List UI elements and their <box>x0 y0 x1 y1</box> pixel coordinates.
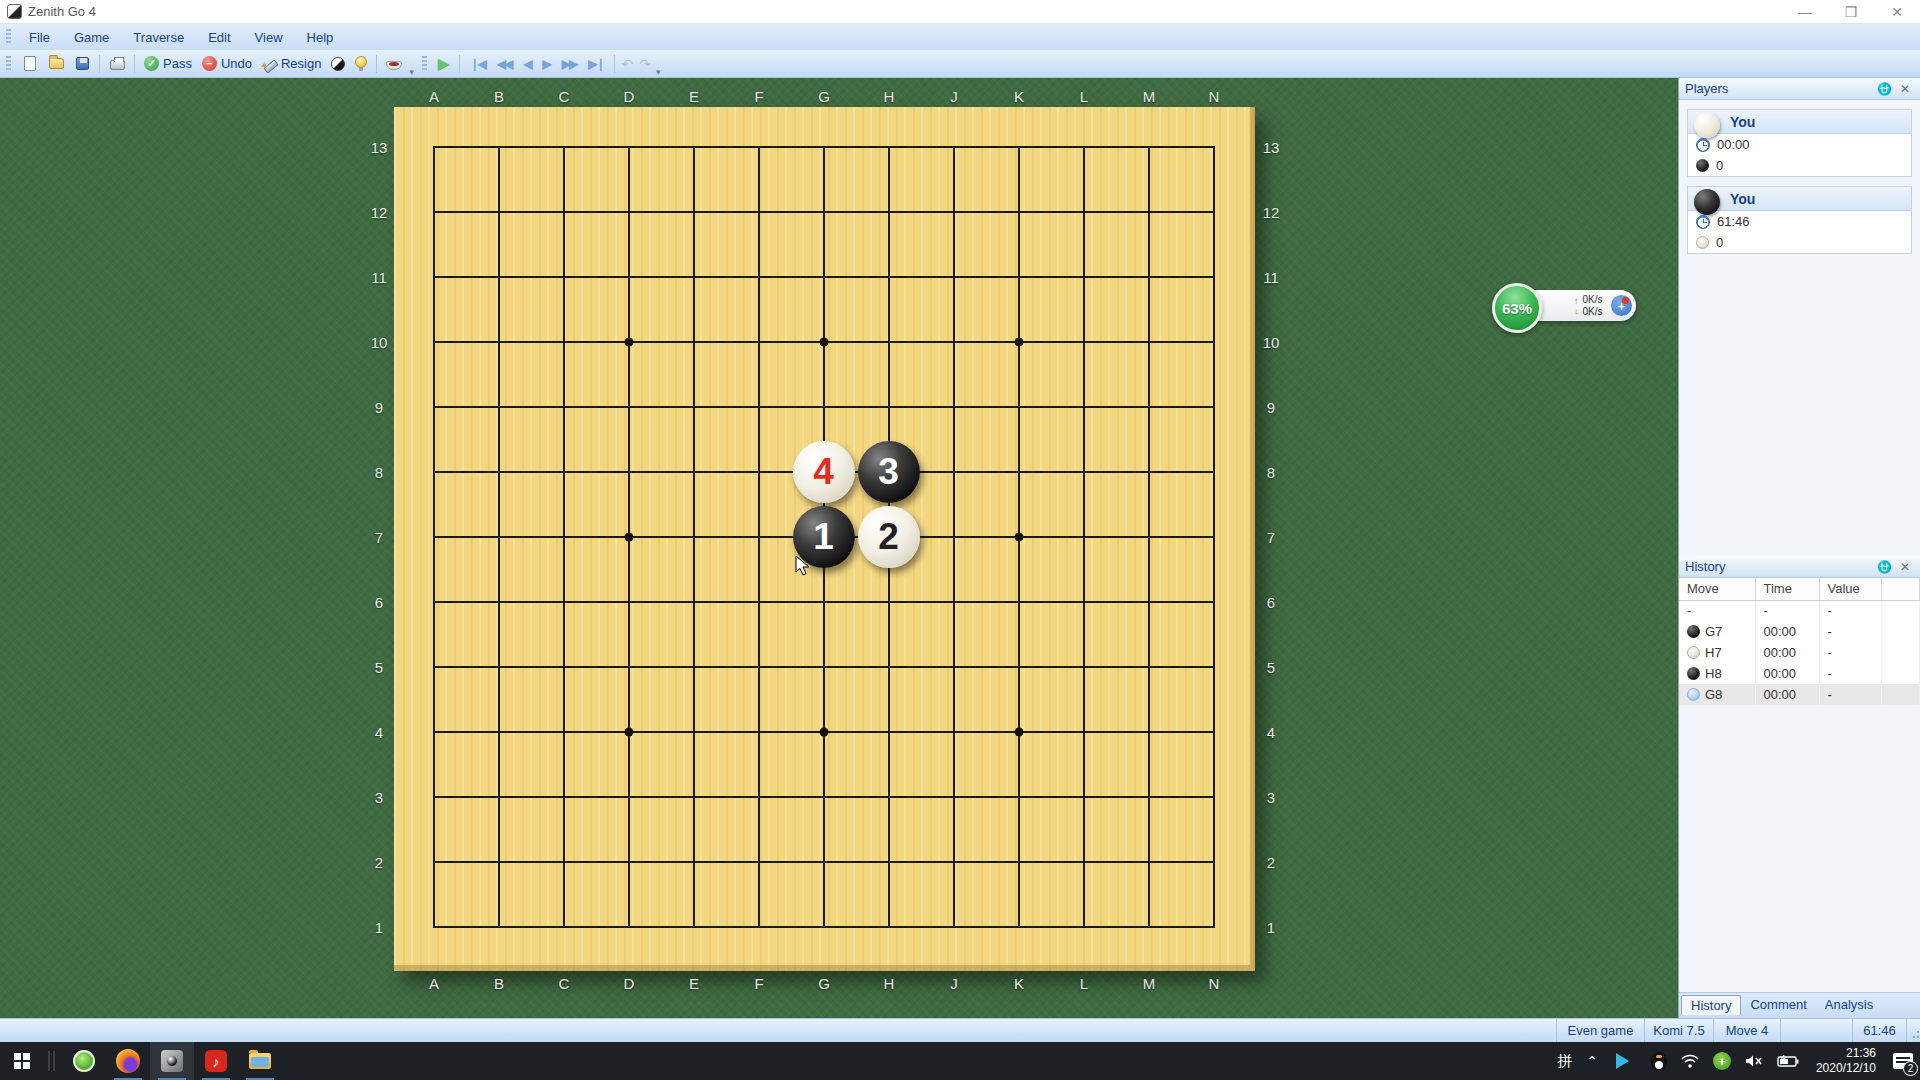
intersection-L13[interactable] <box>1051 114 1116 179</box>
intersection-F12[interactable] <box>726 179 791 244</box>
intersection-C6[interactable] <box>531 569 596 634</box>
back-button[interactable]: ◀ <box>517 55 536 73</box>
intersection-K3[interactable] <box>986 764 1051 829</box>
intersection-A1[interactable] <box>401 894 466 959</box>
tea-cup-icon <box>386 61 402 70</box>
tencent-video-icon[interactable] <box>1605 1042 1644 1080</box>
intersection-C10[interactable] <box>531 309 596 374</box>
intersection-G1[interactable] <box>791 894 856 959</box>
intersection-A13[interactable] <box>401 114 466 179</box>
intersection-L10[interactable] <box>1051 309 1116 374</box>
move-coord: H8 <box>1705 666 1722 681</box>
move-value: - <box>1819 684 1881 705</box>
black-stone-icon <box>1687 625 1700 638</box>
coordinate-label-B: B <box>494 975 504 992</box>
intersection-M2[interactable] <box>1116 829 1181 894</box>
clock-time: 21:36 <box>1846 1046 1876 1061</box>
intersection-B13[interactable] <box>466 114 531 179</box>
volume-muted-icon[interactable] <box>1738 1042 1770 1080</box>
intersection-G10[interactable] <box>791 309 856 374</box>
intersection-D13[interactable] <box>596 114 661 179</box>
intersection-B6[interactable] <box>466 569 531 634</box>
intersection-N9[interactable] <box>1181 374 1246 439</box>
intersection-N12[interactable] <box>1181 179 1246 244</box>
intersection-G4[interactable] <box>791 699 856 764</box>
menu-file[interactable]: File <box>17 24 62 50</box>
intersection-N10[interactable] <box>1181 309 1246 374</box>
intersection-K4[interactable] <box>986 699 1051 764</box>
taskbar-netease-music[interactable]: ♪ <box>194 1042 238 1080</box>
intersection-M13[interactable] <box>1116 114 1181 179</box>
history-row-root[interactable]: --- <box>1679 600 1920 621</box>
intersection-M5[interactable] <box>1116 634 1181 699</box>
pin-icon[interactable]: ⛎ <box>1873 560 1896 574</box>
tab-analysis[interactable]: Analysis <box>1816 995 1882 1014</box>
coordinate-label-13: 13 <box>371 139 388 156</box>
dock-tabs: History Comment Analysis <box>1679 992 1920 1018</box>
intersection-L11[interactable] <box>1051 244 1116 309</box>
player-name: You <box>1730 191 1755 207</box>
app-icon <box>7 4 22 19</box>
restore-button[interactable]: ❐ <box>1828 0 1874 23</box>
intersection-E12[interactable] <box>661 179 726 244</box>
intersection-G5[interactable] <box>791 634 856 699</box>
fast-back-button[interactable]: ◀◀ <box>491 55 517 73</box>
intersection-H5[interactable] <box>856 634 921 699</box>
intersection-D12[interactable] <box>596 179 661 244</box>
resize-grip[interactable] <box>1906 1019 1920 1042</box>
intersection-G8[interactable]: 4 <box>791 439 856 504</box>
start-button[interactable] <box>0 1042 44 1080</box>
netease-music-icon: ♪ <box>205 1050 227 1072</box>
prev-variation-button[interactable]: ↶ <box>619 56 637 72</box>
menu-traverse[interactable]: Traverse <box>121 24 196 50</box>
intersection-M6[interactable] <box>1116 569 1181 634</box>
intersection-A11[interactable] <box>401 244 466 309</box>
intersection-H13[interactable] <box>856 114 921 179</box>
intersection-B9[interactable] <box>466 374 531 439</box>
coordinate-label-7: 7 <box>1267 529 1275 546</box>
intersection-H8[interactable]: 3 <box>856 439 921 504</box>
intersection-H12[interactable] <box>856 179 921 244</box>
intersection-H9[interactable] <box>856 374 921 439</box>
intersection-B4[interactable] <box>466 699 531 764</box>
accelerate-button[interactable]: + <box>1611 295 1632 316</box>
intersection-M12[interactable] <box>1116 179 1181 244</box>
coordinate-label-12: 12 <box>371 204 388 221</box>
intersection-C7[interactable] <box>531 504 596 569</box>
undo-button[interactable]: – Undo <box>197 54 257 73</box>
intersection-C9[interactable] <box>531 374 596 439</box>
open-button[interactable] <box>43 54 69 74</box>
intersection-F9[interactable] <box>726 374 791 439</box>
intersection-L1[interactable] <box>1051 894 1116 959</box>
intersection-H4[interactable] <box>856 699 921 764</box>
intersection-G9[interactable] <box>791 374 856 439</box>
toolbar-overflow-button[interactable]: ▾ <box>654 67 663 77</box>
player-card-white: You 00:00 0 <box>1687 109 1912 177</box>
pass-button[interactable]: ✓ Pass <box>139 54 197 73</box>
minimize-button[interactable]: — <box>1782 0 1828 23</box>
intersection-N6[interactable] <box>1181 569 1246 634</box>
intersection-C1[interactable] <box>531 894 596 959</box>
intersection-M11[interactable] <box>1116 244 1181 309</box>
move-time: 00:00 <box>1755 642 1819 663</box>
intersection-E9[interactable] <box>661 374 726 439</box>
intersection-G3[interactable] <box>791 764 856 829</box>
hint-button[interactable] <box>350 57 372 70</box>
intersection-M1[interactable] <box>1116 894 1181 959</box>
intersection-B12[interactable] <box>466 179 531 244</box>
memory-usage-ball[interactable]: 63% <box>1492 283 1542 333</box>
intersection-H7[interactable]: 2 <box>856 504 921 569</box>
intersection-D4[interactable] <box>596 699 661 764</box>
intersection-C5[interactable] <box>531 634 596 699</box>
column-header-value[interactable]: Value <box>1819 578 1881 600</box>
forward-button[interactable]: ▶ <box>537 55 556 73</box>
players-pane-header: Players ⛎ ✕ <box>1679 78 1920 100</box>
move-number: 3 <box>878 451 899 493</box>
history-row-G7[interactable]: G700:00- <box>1679 621 1920 642</box>
intersection-M7[interactable] <box>1116 504 1181 569</box>
intersection-L8[interactable] <box>1051 439 1116 504</box>
intersection-J6[interactable] <box>921 569 986 634</box>
captured-white-stone-icon <box>1696 236 1709 249</box>
intersection-G11[interactable] <box>791 244 856 309</box>
tab-comment[interactable]: Comment <box>1741 995 1815 1014</box>
intersection-L9[interactable] <box>1051 374 1116 439</box>
intersection-D7[interactable] <box>596 504 661 569</box>
intersection-E8[interactable] <box>661 439 726 504</box>
break-button[interactable] <box>381 55 407 72</box>
intersection-H1[interactable] <box>856 894 921 959</box>
intersection-A7[interactable] <box>401 504 466 569</box>
coordinate-label-8: 8 <box>375 464 383 481</box>
intersection-N2[interactable] <box>1181 829 1246 894</box>
move-value: - <box>1819 621 1881 642</box>
column-header-time[interactable]: Time <box>1755 578 1819 600</box>
open-folder-icon <box>48 56 64 72</box>
coordinate-label-1: 1 <box>1267 919 1275 936</box>
tab-history[interactable]: History <box>1681 995 1741 1015</box>
taskbar-firefox[interactable] <box>106 1042 150 1080</box>
intersection-A9[interactable] <box>401 374 466 439</box>
coordinate-label-5: 5 <box>1267 659 1275 676</box>
coordinate-label-11: 11 <box>1263 269 1279 286</box>
intersection-J13[interactable] <box>921 114 986 179</box>
battery-icon[interactable] <box>1770 1042 1806 1080</box>
toolbar-overflow-button[interactable]: ▾ <box>407 67 416 77</box>
intersection-A10[interactable] <box>401 309 466 374</box>
intersection-D6[interactable] <box>596 569 661 634</box>
intersection-L3[interactable] <box>1051 764 1116 829</box>
resign-button[interactable]: Resign <box>257 54 326 73</box>
pass-label: Pass <box>163 56 192 71</box>
lightbulb-icon <box>355 56 367 68</box>
intersection-K9[interactable] <box>986 374 1051 439</box>
coordinate-label-4: 4 <box>1267 724 1275 741</box>
coordinate-label-E: E <box>689 88 699 105</box>
intersection-J2[interactable] <box>921 829 986 894</box>
intersection-K10[interactable] <box>986 309 1051 374</box>
intersection-J8[interactable] <box>921 439 986 504</box>
coordinate-label-3: 3 <box>1267 789 1275 806</box>
intersection-N5[interactable] <box>1181 634 1246 699</box>
menu-game[interactable]: Game <box>62 24 121 50</box>
intersection-D9[interactable] <box>596 374 661 439</box>
intersection-G13[interactable] <box>791 114 856 179</box>
new-game-button[interactable] <box>17 54 43 74</box>
clock-date: 2020/12/10 <box>1816 1061 1876 1076</box>
tray-expand-chevron[interactable]: ⌃ <box>1579 1042 1605 1080</box>
intersection-J9[interactable] <box>921 374 986 439</box>
print-button[interactable] <box>104 54 130 74</box>
coordinate-label-10: 10 <box>1263 334 1280 351</box>
intersection-C2[interactable] <box>531 829 596 894</box>
fast-forward-button[interactable]: ▶▶ <box>556 55 582 73</box>
intersection-E13[interactable] <box>661 114 726 179</box>
taskbar-360-browser[interactable] <box>62 1042 106 1080</box>
move-time: 00:00 <box>1755 663 1819 684</box>
intersection-F7[interactable] <box>726 504 791 569</box>
coordinate-label-11: 11 <box>371 269 387 286</box>
taskbar-grip <box>48 1051 58 1071</box>
intersection-E2[interactable] <box>661 829 726 894</box>
intersection-A3[interactable] <box>401 764 466 829</box>
intersection-E6[interactable] <box>661 569 726 634</box>
intersection-J1[interactable] <box>921 894 986 959</box>
intersection-F3[interactable] <box>726 764 791 829</box>
history-row-H8[interactable]: H800:00- <box>1679 663 1920 684</box>
intersection-J10[interactable] <box>921 309 986 374</box>
intersection-K1[interactable] <box>986 894 1051 959</box>
coordinate-label-M: M <box>1143 88 1156 105</box>
intersection-F4[interactable] <box>726 699 791 764</box>
intersection-B2[interactable] <box>466 829 531 894</box>
intersection-D11[interactable] <box>596 244 661 309</box>
coordinate-label-K: K <box>1014 975 1024 992</box>
intersection-F13[interactable] <box>726 114 791 179</box>
ime-indicator[interactable]: 拼 <box>1550 1042 1579 1080</box>
intersection-N13[interactable] <box>1181 114 1246 179</box>
intersection-J5[interactable] <box>921 634 986 699</box>
pass-icon: ✓ <box>144 56 159 71</box>
move-coord: - <box>1687 603 1691 618</box>
menu-edit[interactable]: Edit <box>196 24 242 50</box>
intersection-N3[interactable] <box>1181 764 1246 829</box>
intersection-H2[interactable] <box>856 829 921 894</box>
intersection-L4[interactable] <box>1051 699 1116 764</box>
save-icon <box>74 56 90 72</box>
intersection-H10[interactable] <box>856 309 921 374</box>
taskbar-file-explorer[interactable] <box>238 1042 282 1080</box>
play-icon: ▶ <box>438 55 450 73</box>
intersection-L6[interactable] <box>1051 569 1116 634</box>
intersection-G12[interactable] <box>791 179 856 244</box>
intersection-B1[interactable] <box>466 894 531 959</box>
coordinate-label-C: C <box>559 88 570 105</box>
wifi-icon[interactable] <box>1674 1042 1706 1080</box>
intersection-F6[interactable] <box>726 569 791 634</box>
intersection-J4[interactable] <box>921 699 986 764</box>
intersection-K13[interactable] <box>986 114 1051 179</box>
intersection-C3[interactable] <box>531 764 596 829</box>
intersection-F11[interactable] <box>726 244 791 309</box>
intersection-J11[interactable] <box>921 244 986 309</box>
players-pane-title: Players <box>1685 81 1728 96</box>
intersection-H6[interactable] <box>856 569 921 634</box>
coordinate-label-6: 6 <box>1267 594 1275 611</box>
intersection-D8[interactable] <box>596 439 661 504</box>
coordinate-label-12: 12 <box>1263 204 1280 221</box>
coordinate-label-9: 9 <box>375 399 383 416</box>
intersection-N7[interactable] <box>1181 504 1246 569</box>
player-card-black: You 61:46 0 <box>1687 186 1912 254</box>
intersection-E10[interactable] <box>661 309 726 374</box>
mouse-cursor <box>795 555 815 577</box>
intersection-B7[interactable] <box>466 504 531 569</box>
qq-icon[interactable] <box>1644 1042 1674 1080</box>
intersection-B5[interactable] <box>466 634 531 699</box>
intersection-E5[interactable] <box>661 634 726 699</box>
play-button[interactable]: ▶ <box>433 53 455 75</box>
menu-view[interactable]: View <box>243 24 295 50</box>
intersection-K8[interactable] <box>986 439 1051 504</box>
intersection-G6[interactable] <box>791 569 856 634</box>
intersection-A8[interactable] <box>401 439 466 504</box>
black-stone-icon <box>1687 667 1700 680</box>
history-row-G8[interactable]: G800:00- <box>1679 684 1920 705</box>
pin-icon[interactable]: ⛎ <box>1873 82 1896 96</box>
intersection-F8[interactable] <box>726 439 791 504</box>
intersection-A5[interactable] <box>401 634 466 699</box>
intersection-D10[interactable] <box>596 309 661 374</box>
intersection-D3[interactable] <box>596 764 661 829</box>
intersection-C12[interactable] <box>531 179 596 244</box>
coordinate-label-2: 2 <box>375 854 383 871</box>
intersection-C8[interactable] <box>531 439 596 504</box>
intersection-E1[interactable] <box>661 894 726 959</box>
intersection-E7[interactable] <box>661 504 726 569</box>
intersection-A4[interactable] <box>401 699 466 764</box>
coordinate-label-9: 9 <box>1267 399 1275 416</box>
save-button[interactable] <box>69 54 95 74</box>
intersection-M9[interactable] <box>1116 374 1181 439</box>
intersection-F2[interactable] <box>726 829 791 894</box>
intersection-K5[interactable] <box>986 634 1051 699</box>
intersection-M10[interactable] <box>1116 309 1181 374</box>
intersection-K2[interactable] <box>986 829 1051 894</box>
upload-speed: 0K/s <box>1583 294 1603 306</box>
coordinate-label-4: 4 <box>375 724 383 741</box>
capture-count: 0 <box>1716 158 1723 173</box>
coordinate-label-D: D <box>624 975 635 992</box>
intersection-A2[interactable] <box>401 829 466 894</box>
intersection-N11[interactable] <box>1181 244 1246 309</box>
history-pane: History ⛎ ✕ Move Time Value ---G700:00-H… <box>1679 556 1920 705</box>
intersection-K6[interactable] <box>986 569 1051 634</box>
intersection-K11[interactable] <box>986 244 1051 309</box>
board-intersections: 4312 <box>401 114 1246 959</box>
intersection-J3[interactable] <box>921 764 986 829</box>
intersection-K12[interactable] <box>986 179 1051 244</box>
intersection-A6[interactable] <box>401 569 466 634</box>
stone-yin-yang-icon <box>331 57 345 71</box>
go-to-start-button[interactable]: ❘◀ <box>464 55 491 73</box>
close-pane-icon[interactable]: ✕ <box>1896 560 1914 574</box>
windows-logo-icon <box>14 1053 30 1069</box>
intersection-E4[interactable] <box>661 699 726 764</box>
intersection-C13[interactable] <box>531 114 596 179</box>
intersection-J12[interactable] <box>921 179 986 244</box>
upload-arrow-icon: ↑ <box>1574 296 1579 306</box>
column-header-move[interactable]: Move <box>1679 578 1755 600</box>
intersection-D5[interactable] <box>596 634 661 699</box>
intersection-B11[interactable] <box>466 244 531 309</box>
intersection-C4[interactable] <box>531 699 596 764</box>
close-pane-icon[interactable]: ✕ <box>1896 82 1914 96</box>
next-variation-button[interactable]: ↷ <box>636 56 654 72</box>
intersection-E3[interactable] <box>661 764 726 829</box>
intersection-B3[interactable] <box>466 764 531 829</box>
coordinate-label-E: E <box>689 975 699 992</box>
intersection-F1[interactable] <box>726 894 791 959</box>
intersection-D2[interactable] <box>596 829 661 894</box>
intersection-E11[interactable] <box>661 244 726 309</box>
intersection-N1[interactable] <box>1181 894 1246 959</box>
intersection-L12[interactable] <box>1051 179 1116 244</box>
coordinate-label-N: N <box>1209 975 1220 992</box>
intersection-B8[interactable] <box>466 439 531 504</box>
intersection-L2[interactable] <box>1051 829 1116 894</box>
close-button[interactable]: ✕ <box>1874 0 1920 23</box>
taskbar-clock[interactable]: 21:36 2020/12/10 <box>1806 1046 1886 1076</box>
intersection-A12[interactable] <box>401 179 466 244</box>
intersection-D1[interactable] <box>596 894 661 959</box>
intersection-M3[interactable] <box>1116 764 1181 829</box>
intersection-N8[interactable] <box>1181 439 1246 504</box>
action-center-button[interactable]: 2 <box>1886 1042 1920 1080</box>
intersection-N4[interactable] <box>1181 699 1246 764</box>
new-document-icon <box>22 56 38 72</box>
intersection-L5[interactable] <box>1051 634 1116 699</box>
status-komi: Komi 7.5 <box>1644 1019 1713 1042</box>
coordinate-label-A: A <box>429 88 439 105</box>
taskbar-zenith-go[interactable] <box>150 1042 194 1080</box>
go-to-end-button[interactable]: ▶❘ <box>582 55 609 73</box>
intersection-B10[interactable] <box>466 309 531 374</box>
estimate-button[interactable] <box>326 55 350 73</box>
intersection-C11[interactable] <box>531 244 596 309</box>
history-row-H7[interactable]: H700:00- <box>1679 642 1920 663</box>
intersection-F10[interactable] <box>726 309 791 374</box>
360-security-icon[interactable]: + <box>1706 1042 1738 1080</box>
intersection-F5[interactable] <box>726 634 791 699</box>
net-speed-widget[interactable]: ↑ ↓ 0K/s 0K/s + 63% <box>1492 282 1634 336</box>
menu-help[interactable]: Help <box>295 24 346 50</box>
intersection-G2[interactable] <box>791 829 856 894</box>
resign-pen-icon <box>262 56 277 71</box>
intersection-J7[interactable] <box>921 504 986 569</box>
move-coord: H7 <box>1705 645 1722 660</box>
firefox-icon <box>116 1049 140 1073</box>
intersection-H3[interactable] <box>856 764 921 829</box>
intersection-L7[interactable] <box>1051 504 1116 569</box>
intersection-H11[interactable] <box>856 244 921 309</box>
intersection-M8[interactable] <box>1116 439 1181 504</box>
intersection-M4[interactable] <box>1116 699 1181 764</box>
intersection-K7[interactable] <box>986 504 1051 569</box>
